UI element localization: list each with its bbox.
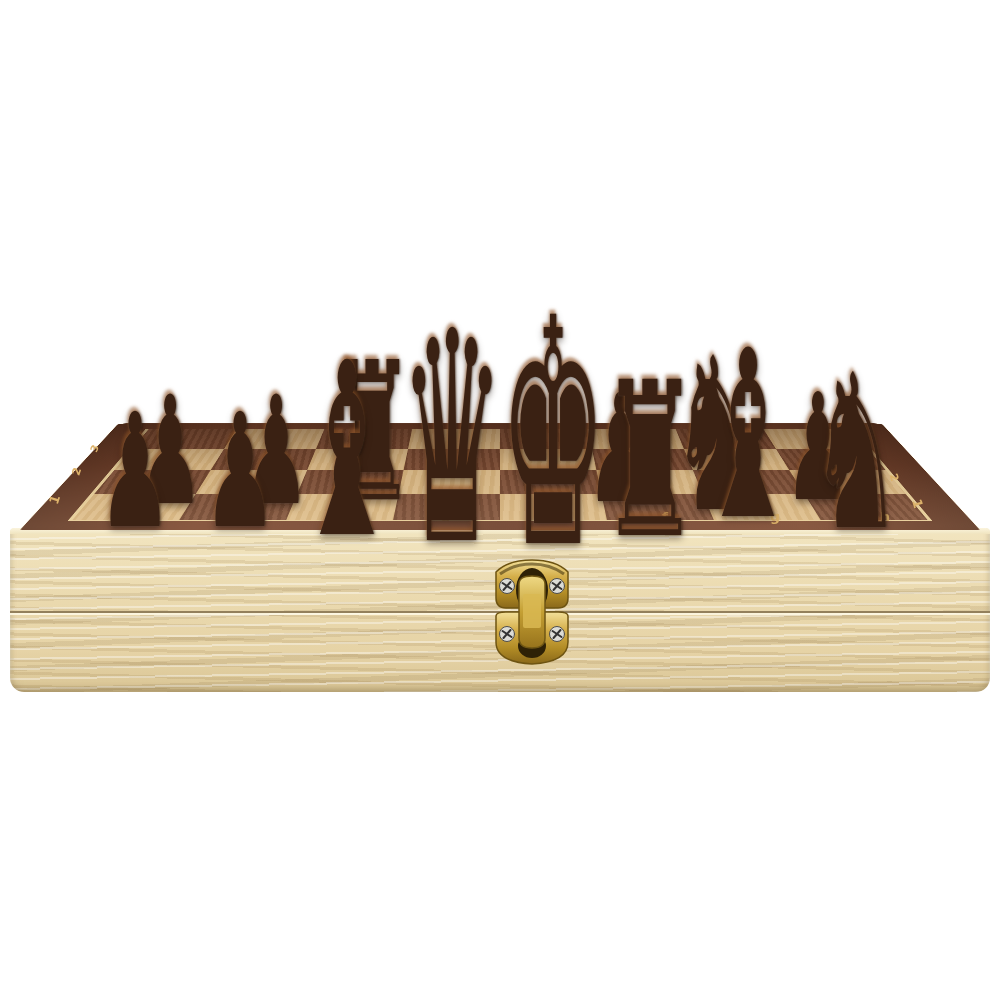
piece-knight-h1[interactable]: ♞ (760, 346, 952, 515)
pawn-glyph: ♟ (98, 392, 172, 550)
knight-glyph: ♞ (810, 346, 902, 560)
piece-king-e1[interactable]: ♚ (412, 278, 694, 526)
king-glyph: ♚ (500, 278, 607, 592)
product-photo-scene: abcdefgh12312 ♟♟♜♟♞♟♟♟♝♛♚♜♝♞ (0, 0, 1000, 1000)
